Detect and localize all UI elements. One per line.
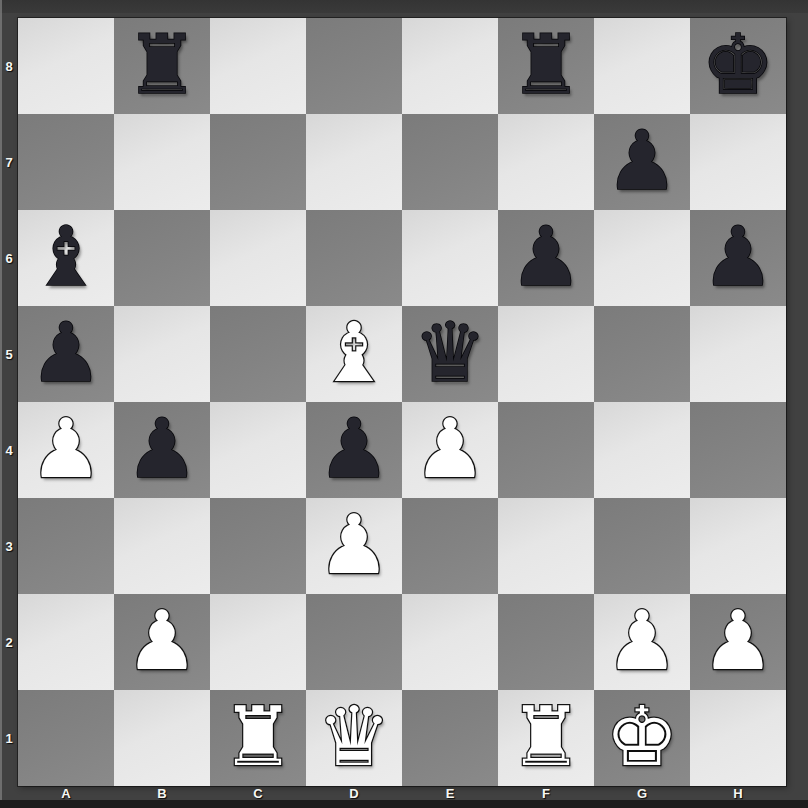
- square-c8[interactable]: [210, 18, 306, 114]
- square-d5[interactable]: ♝: [306, 306, 402, 402]
- square-f2[interactable]: [498, 594, 594, 690]
- rank-label-4: 4: [0, 402, 18, 498]
- square-c1[interactable]: ♜: [210, 690, 306, 786]
- rank-label-2: 2: [0, 594, 18, 690]
- square-e7[interactable]: [402, 114, 498, 210]
- file-label-d: D: [306, 786, 402, 800]
- piece-white-pawn[interactable]: ♟: [690, 594, 786, 690]
- square-g7[interactable]: ♟: [594, 114, 690, 210]
- piece-white-pawn[interactable]: ♟: [402, 402, 498, 498]
- square-e2[interactable]: [402, 594, 498, 690]
- square-b8[interactable]: ♜: [114, 18, 210, 114]
- board-top-edge: [0, 0, 808, 13]
- square-f8[interactable]: ♜: [498, 18, 594, 114]
- square-a2[interactable]: [18, 594, 114, 690]
- square-b6[interactable]: [114, 210, 210, 306]
- piece-black-pawn[interactable]: ♟: [306, 402, 402, 498]
- square-e1[interactable]: [402, 690, 498, 786]
- rank-label-7: 7: [0, 114, 18, 210]
- square-a7[interactable]: [18, 114, 114, 210]
- square-h6[interactable]: ♟: [690, 210, 786, 306]
- file-label-g: G: [594, 786, 690, 800]
- square-e5[interactable]: ♛: [402, 306, 498, 402]
- piece-black-king[interactable]: ♚: [690, 18, 786, 114]
- piece-white-pawn[interactable]: ♟: [18, 402, 114, 498]
- square-d2[interactable]: [306, 594, 402, 690]
- board-bottom-edge: [0, 800, 808, 808]
- square-d7[interactable]: [306, 114, 402, 210]
- chess-board-frame: ♜♜♚♟♝♟♟♟♝♛♟♟♟♟♟♟♟♟♜♛♜♚ 87654321 ABCDEFGH: [0, 0, 808, 808]
- square-a1[interactable]: [18, 690, 114, 786]
- square-c2[interactable]: [210, 594, 306, 690]
- square-h1[interactable]: [690, 690, 786, 786]
- piece-black-pawn[interactable]: ♟: [690, 210, 786, 306]
- square-b7[interactable]: [114, 114, 210, 210]
- square-f4[interactable]: [498, 402, 594, 498]
- piece-white-pawn[interactable]: ♟: [306, 498, 402, 594]
- rank-label-5: 5: [0, 306, 18, 402]
- rank-label-8: 8: [0, 18, 18, 114]
- square-a8[interactable]: [18, 18, 114, 114]
- piece-black-pawn[interactable]: ♟: [114, 402, 210, 498]
- square-e3[interactable]: [402, 498, 498, 594]
- file-label-h: H: [690, 786, 786, 800]
- chess-board: ♜♜♚♟♝♟♟♟♝♛♟♟♟♟♟♟♟♟♜♛♜♚: [18, 18, 786, 786]
- rank-label-3: 3: [0, 498, 18, 594]
- square-g8[interactable]: [594, 18, 690, 114]
- square-b4[interactable]: ♟: [114, 402, 210, 498]
- file-label-f: F: [498, 786, 594, 800]
- square-d8[interactable]: [306, 18, 402, 114]
- file-label-c: C: [210, 786, 306, 800]
- square-c6[interactable]: [210, 210, 306, 306]
- square-d1[interactable]: ♛: [306, 690, 402, 786]
- rank-label-1: 1: [0, 690, 18, 786]
- piece-black-pawn[interactable]: ♟: [498, 210, 594, 306]
- square-d4[interactable]: ♟: [306, 402, 402, 498]
- square-c3[interactable]: [210, 498, 306, 594]
- square-b2[interactable]: ♟: [114, 594, 210, 690]
- square-c4[interactable]: [210, 402, 306, 498]
- square-b5[interactable]: [114, 306, 210, 402]
- square-a4[interactable]: ♟: [18, 402, 114, 498]
- square-g3[interactable]: [594, 498, 690, 594]
- square-b1[interactable]: [114, 690, 210, 786]
- square-a3[interactable]: [18, 498, 114, 594]
- rank-label-6: 6: [0, 210, 18, 306]
- square-g6[interactable]: [594, 210, 690, 306]
- file-label-a: A: [18, 786, 114, 800]
- square-c5[interactable]: [210, 306, 306, 402]
- square-g4[interactable]: [594, 402, 690, 498]
- square-h2[interactable]: ♟: [690, 594, 786, 690]
- piece-white-rook[interactable]: ♜: [498, 690, 594, 786]
- piece-white-pawn[interactable]: ♟: [114, 594, 210, 690]
- square-f7[interactable]: [498, 114, 594, 210]
- square-e8[interactable]: [402, 18, 498, 114]
- square-d3[interactable]: ♟: [306, 498, 402, 594]
- square-h7[interactable]: [690, 114, 786, 210]
- piece-black-rook[interactable]: ♜: [498, 18, 594, 114]
- square-a6[interactable]: ♝: [18, 210, 114, 306]
- piece-black-pawn[interactable]: ♟: [594, 114, 690, 210]
- square-g2[interactable]: ♟: [594, 594, 690, 690]
- square-f5[interactable]: [498, 306, 594, 402]
- square-h3[interactable]: [690, 498, 786, 594]
- piece-white-queen[interactable]: ♛: [306, 690, 402, 786]
- square-e4[interactable]: ♟: [402, 402, 498, 498]
- square-d6[interactable]: [306, 210, 402, 306]
- square-f3[interactable]: [498, 498, 594, 594]
- square-g1[interactable]: ♚: [594, 690, 690, 786]
- square-f1[interactable]: ♜: [498, 690, 594, 786]
- file-label-b: B: [114, 786, 210, 800]
- square-a5[interactable]: ♟: [18, 306, 114, 402]
- square-h8[interactable]: ♚: [690, 18, 786, 114]
- square-h5[interactable]: [690, 306, 786, 402]
- piece-white-rook[interactable]: ♜: [210, 690, 306, 786]
- square-h4[interactable]: [690, 402, 786, 498]
- square-c7[interactable]: [210, 114, 306, 210]
- square-f6[interactable]: ♟: [498, 210, 594, 306]
- piece-black-rook[interactable]: ♜: [114, 18, 210, 114]
- piece-white-king[interactable]: ♚: [594, 690, 690, 786]
- piece-white-pawn[interactable]: ♟: [594, 594, 690, 690]
- piece-black-pawn[interactable]: ♟: [18, 306, 114, 402]
- square-g5[interactable]: [594, 306, 690, 402]
- piece-white-bishop[interactable]: ♝: [306, 306, 402, 402]
- piece-black-queen[interactable]: ♛: [402, 306, 498, 402]
- file-label-e: E: [402, 786, 498, 800]
- square-b3[interactable]: [114, 498, 210, 594]
- piece-black-bishop[interactable]: ♝: [18, 210, 114, 306]
- square-e6[interactable]: [402, 210, 498, 306]
